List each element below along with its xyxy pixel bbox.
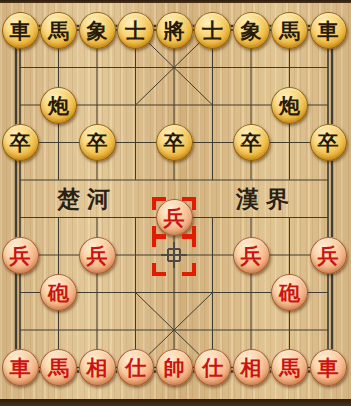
board-top-edge [0, 0, 351, 3]
intersection[interactable]: 卒 [155, 124, 194, 162]
selection-bracket [152, 234, 196, 276]
intersection[interactable]: 將 [155, 11, 194, 49]
intersection[interactable]: 相 [78, 349, 117, 387]
intersection[interactable]: 兵 [232, 236, 271, 274]
intersection[interactable]: 士 [193, 11, 232, 49]
xiangqi-board[interactable]: 楚河 漢界 車馬象士將士象馬車炮炮卒卒卒卒卒兵兵兵兵兵砲砲車馬相仕帥仕相馬車 [0, 0, 351, 406]
piece-red-帥[interactable]: 帥 [156, 349, 193, 386]
piece-red-仕[interactable]: 仕 [117, 349, 154, 386]
intersection[interactable]: 馬 [39, 11, 78, 49]
piece-black-卒[interactable]: 卒 [310, 124, 347, 161]
intersection[interactable]: 象 [232, 11, 271, 49]
piece-red-相[interactable]: 相 [233, 349, 270, 386]
intersection[interactable]: 仕 [193, 349, 232, 387]
piece-black-炮[interactable]: 炮 [271, 87, 308, 124]
intersection[interactable]: 士 [116, 11, 155, 49]
piece-black-象[interactable]: 象 [79, 12, 116, 49]
intersection[interactable]: 馬 [270, 11, 309, 49]
piece-red-馬[interactable]: 馬 [40, 349, 77, 386]
intersection[interactable]: 卒 [232, 124, 271, 162]
highlighted-point [155, 236, 194, 274]
piece-red-兵[interactable]: 兵 [233, 237, 270, 274]
intersection[interactable]: 卒 [309, 124, 348, 162]
piece-black-炮[interactable]: 炮 [40, 87, 77, 124]
piece-red-仕[interactable]: 仕 [194, 349, 231, 386]
piece-red-砲[interactable]: 砲 [40, 274, 77, 311]
piece-black-卒[interactable]: 卒 [233, 124, 270, 161]
intersection[interactable]: 兵 [1, 236, 40, 274]
piece-black-車[interactable]: 車 [310, 12, 347, 49]
piece-black-馬[interactable]: 馬 [271, 12, 308, 49]
intersection[interactable]: 馬 [270, 349, 309, 387]
intersection[interactable]: 車 [309, 349, 348, 387]
piece-red-兵[interactable]: 兵 [310, 237, 347, 274]
piece-black-卒[interactable]: 卒 [2, 124, 39, 161]
piece-red-馬[interactable]: 馬 [271, 349, 308, 386]
intersection[interactable]: 炮 [270, 86, 309, 124]
intersection[interactable]: 卒 [78, 124, 117, 162]
intersection[interactable]: 炮 [39, 86, 78, 124]
piece-black-將[interactable]: 將 [156, 12, 193, 49]
intersection[interactable]: 砲 [270, 274, 309, 312]
piece-red-相[interactable]: 相 [79, 349, 116, 386]
board-bottom-edge [0, 399, 351, 406]
intersection[interactable]: 砲 [39, 274, 78, 312]
piece-red-車[interactable]: 車 [310, 349, 347, 386]
intersection[interactable]: 仕 [116, 349, 155, 387]
intersection[interactable]: 卒 [1, 124, 40, 162]
intersection[interactable]: 兵 [309, 236, 348, 274]
piece-black-車[interactable]: 車 [2, 12, 39, 49]
intersection[interactable]: 馬 [39, 349, 78, 387]
intersection[interactable]: 車 [309, 11, 348, 49]
intersection[interactable]: 兵 [78, 236, 117, 274]
highlighted-point [155, 199, 194, 237]
piece-red-兵[interactable]: 兵 [79, 237, 116, 274]
board-intersections-grid[interactable]: 車馬象士將士象馬車炮炮卒卒卒卒卒兵兵兵兵兵砲砲車馬相仕帥仕相馬車 [1, 11, 348, 386]
piece-black-象[interactable]: 象 [233, 12, 270, 49]
selection-bracket [152, 197, 196, 239]
piece-red-車[interactable]: 車 [2, 349, 39, 386]
piece-red-兵[interactable]: 兵 [2, 237, 39, 274]
intersection[interactable]: 車 [1, 11, 40, 49]
intersection[interactable]: 象 [78, 11, 117, 49]
intersection[interactable]: 相 [232, 349, 271, 387]
piece-black-卒[interactable]: 卒 [79, 124, 116, 161]
piece-red-砲[interactable]: 砲 [271, 274, 308, 311]
intersection[interactable]: 帥 [155, 349, 194, 387]
piece-black-士[interactable]: 士 [117, 12, 154, 49]
piece-black-卒[interactable]: 卒 [156, 124, 193, 161]
piece-black-士[interactable]: 士 [194, 12, 231, 49]
piece-black-馬[interactable]: 馬 [40, 12, 77, 49]
intersection[interactable]: 車 [1, 349, 40, 387]
